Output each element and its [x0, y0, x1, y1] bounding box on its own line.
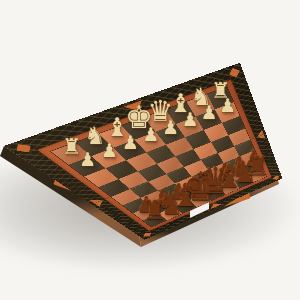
piece-black-rook[interactable]: ♜ [246, 153, 270, 180]
orange-inlay-icon [11, 142, 36, 155]
orange-inlay-icon [227, 66, 241, 79]
piece-white-pawn[interactable]: ♟ [79, 151, 96, 170]
piece-white-pawn[interactable]: ♟ [201, 104, 218, 123]
piece-white-pawn[interactable]: ♟ [101, 142, 118, 161]
piece-white-pawn[interactable]: ♟ [142, 126, 159, 145]
piece-white-pawn[interactable]: ♟ [122, 134, 139, 153]
piece-white-pawn[interactable]: ♟ [182, 111, 199, 130]
chess-set-photo: ♜♞♝♚♛♝♞♜♟♟♟♟♟♟♟♟♟♟♟♟♟♟♟♟♜♞♝♚♛♝♞♜ [0, 0, 300, 300]
orange-inlay-icon [255, 130, 265, 142]
piece-white-pawn[interactable]: ♟ [162, 119, 179, 138]
piece-white-pawn[interactable]: ♟ [219, 97, 236, 116]
